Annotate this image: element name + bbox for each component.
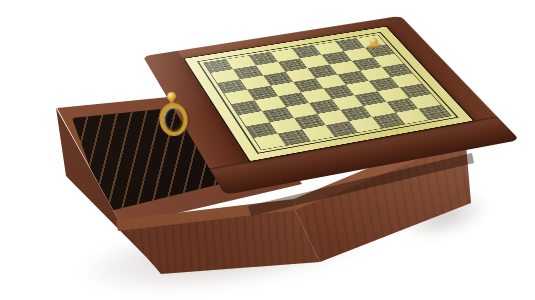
ring-handle-left: [156, 91, 191, 140]
ring-handle-right: [365, 37, 383, 53]
knob-bar-icon: [367, 43, 381, 49]
product-photo-chess-box: Wooden chess box with an inlaid brass ch…: [0, 0, 535, 300]
handle-ring-icon: [158, 102, 189, 138]
